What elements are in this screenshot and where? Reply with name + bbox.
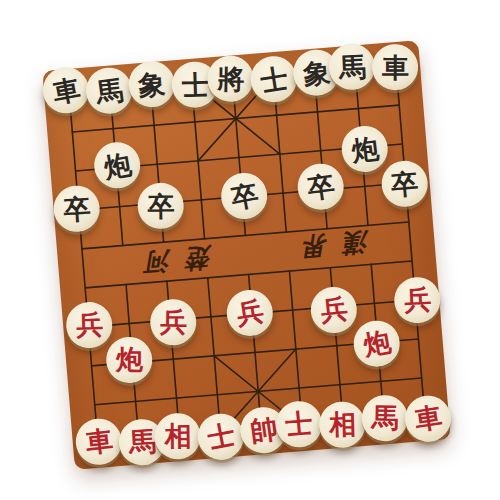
piece-character: 卒: [390, 170, 419, 199]
photo-background: 楚河 漢界 車馬象士將士象馬車炮炮卒卒卒卒卒兵兵兵兵兵炮炮車馬相士帥士相馬車: [0, 0, 500, 500]
xiangqi-board-mat: 楚河 漢界 車馬象士將士象馬車炮炮卒卒卒卒卒兵兵兵兵兵炮炮車馬相士帥士相馬車: [42, 40, 451, 470]
piece-character: 馬: [128, 428, 157, 457]
piece-character: 兵: [159, 308, 187, 336]
piece-character: 相: [328, 411, 356, 439]
river-label-chu-he: 楚河: [129, 241, 213, 281]
piece-character: 象: [302, 58, 332, 88]
piece-character: 兵: [319, 295, 349, 325]
piece-character: 士: [205, 421, 237, 453]
piece-character: 將: [217, 65, 245, 93]
piece-character: 車: [382, 54, 409, 81]
piece-character: 兵: [403, 286, 431, 314]
piece-character: 卒: [147, 193, 174, 220]
river-label-han-jie: 漢界: [286, 225, 370, 265]
piece-character: 兵: [234, 297, 265, 328]
piece-character: 士: [181, 71, 209, 99]
piece-character: 炮: [116, 346, 143, 373]
piece-character: 車: [84, 427, 114, 457]
piece-character: 卒: [62, 195, 91, 224]
piece-character: 炮: [102, 150, 133, 181]
piece-character: 卒: [305, 172, 335, 202]
piece-character: 兵: [75, 311, 103, 339]
piece-character: 士: [284, 410, 313, 439]
piece-character: 相: [164, 423, 191, 450]
piece-character: 帥: [248, 415, 278, 445]
piece-character: 炮: [361, 328, 392, 359]
piece-character: 士: [258, 64, 289, 95]
piece-character: 車: [413, 403, 444, 434]
piece-character: 炮: [350, 134, 380, 164]
piece-character: 馬: [338, 53, 366, 81]
piece-character: 馬: [371, 404, 399, 432]
piece-character: 車: [50, 74, 82, 106]
piece-character: 象: [137, 70, 166, 99]
piece-character: 卒: [228, 181, 260, 213]
piece-character: 馬: [94, 76, 124, 106]
